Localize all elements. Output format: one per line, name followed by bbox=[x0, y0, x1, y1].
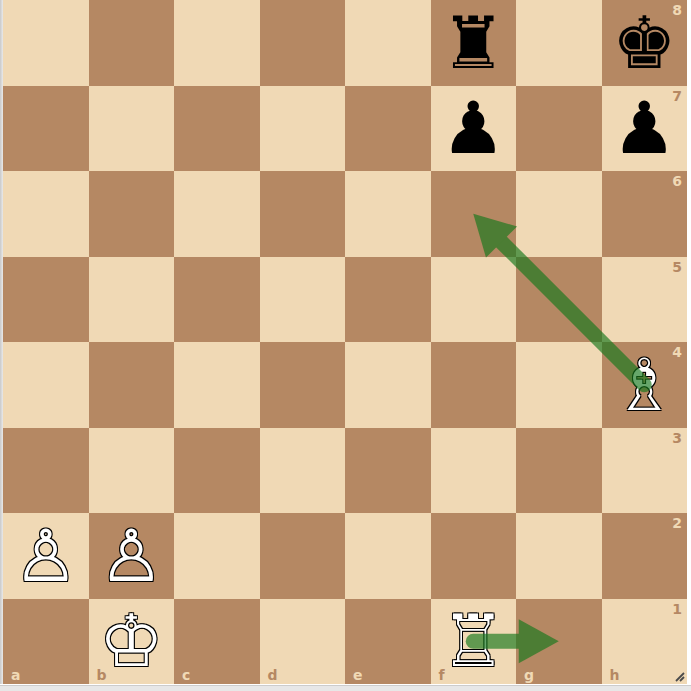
square-a5[interactable] bbox=[3, 257, 89, 343]
square-g7[interactable] bbox=[516, 86, 602, 172]
square-a7[interactable] bbox=[3, 86, 89, 172]
piece-black-king-h8[interactable]: ♚ bbox=[602, 0, 688, 86]
piece-white-king-b1[interactable]: ♔ bbox=[89, 599, 175, 685]
square-e8[interactable] bbox=[345, 0, 431, 86]
square-g5[interactable] bbox=[516, 257, 602, 343]
rank-label-3: 3 bbox=[672, 430, 682, 446]
rank-label-1: 1 bbox=[672, 601, 682, 617]
square-h2[interactable]: 2 bbox=[602, 513, 688, 599]
square-h5[interactable]: 5 bbox=[602, 257, 688, 343]
rank-label-5: 5 bbox=[672, 259, 682, 275]
piece-white-rook-f1[interactable]: ♖ bbox=[431, 599, 517, 685]
square-d1[interactable]: d bbox=[260, 599, 346, 685]
square-h4[interactable]: 4♗ bbox=[602, 342, 688, 428]
square-d2[interactable] bbox=[260, 513, 346, 599]
square-d3[interactable] bbox=[260, 428, 346, 514]
square-a6[interactable] bbox=[3, 171, 89, 257]
square-a3[interactable] bbox=[3, 428, 89, 514]
square-f7[interactable]: ♟ bbox=[431, 86, 517, 172]
square-h6[interactable]: 6 bbox=[602, 171, 688, 257]
square-h3[interactable]: 3 bbox=[602, 428, 688, 514]
square-f2[interactable] bbox=[431, 513, 517, 599]
square-c5[interactable] bbox=[174, 257, 260, 343]
chess-board[interactable]: ♜8♚♟7♟654♗3♙♙2ab♔cdef♖g1h bbox=[3, 0, 687, 684]
board-resize-handle-icon[interactable] bbox=[673, 670, 685, 682]
file-label-g: g bbox=[524, 667, 534, 683]
square-a2[interactable]: ♙ bbox=[3, 513, 89, 599]
square-d4[interactable] bbox=[260, 342, 346, 428]
square-b2[interactable]: ♙ bbox=[89, 513, 175, 599]
square-h7[interactable]: 7♟ bbox=[602, 86, 688, 172]
square-f1[interactable]: f♖ bbox=[431, 599, 517, 685]
square-e7[interactable] bbox=[345, 86, 431, 172]
square-e1[interactable]: e bbox=[345, 599, 431, 685]
square-g4[interactable] bbox=[516, 342, 602, 428]
square-b7[interactable] bbox=[89, 86, 175, 172]
square-d8[interactable] bbox=[260, 0, 346, 86]
piece-white-bishop-h4[interactable]: ♗ bbox=[602, 342, 688, 428]
square-b6[interactable] bbox=[89, 171, 175, 257]
square-c7[interactable] bbox=[174, 86, 260, 172]
rank-label-6: 6 bbox=[672, 173, 682, 189]
square-e6[interactable] bbox=[345, 171, 431, 257]
square-e5[interactable] bbox=[345, 257, 431, 343]
square-c8[interactable] bbox=[174, 0, 260, 86]
piece-black-pawn-h7[interactable]: ♟ bbox=[602, 86, 688, 172]
square-d7[interactable] bbox=[260, 86, 346, 172]
square-h8[interactable]: 8♚ bbox=[602, 0, 688, 86]
page-bottom-edge bbox=[0, 685, 691, 691]
square-g1[interactable]: g bbox=[516, 599, 602, 685]
square-c2[interactable] bbox=[174, 513, 260, 599]
square-a8[interactable] bbox=[3, 0, 89, 86]
piece-black-pawn-f7[interactable]: ♟ bbox=[431, 86, 517, 172]
rank-label-2: 2 bbox=[672, 515, 682, 531]
piece-white-pawn-b2[interactable]: ♙ bbox=[89, 513, 175, 599]
square-e4[interactable] bbox=[345, 342, 431, 428]
square-b3[interactable] bbox=[89, 428, 175, 514]
square-b8[interactable] bbox=[89, 0, 175, 86]
square-f4[interactable] bbox=[431, 342, 517, 428]
square-f8[interactable]: ♜ bbox=[431, 0, 517, 86]
square-a4[interactable] bbox=[3, 342, 89, 428]
square-f5[interactable] bbox=[431, 257, 517, 343]
square-e2[interactable] bbox=[345, 513, 431, 599]
square-e3[interactable] bbox=[345, 428, 431, 514]
square-g3[interactable] bbox=[516, 428, 602, 514]
square-d5[interactable] bbox=[260, 257, 346, 343]
square-b4[interactable] bbox=[89, 342, 175, 428]
square-a1[interactable]: a bbox=[3, 599, 89, 685]
square-f3[interactable] bbox=[431, 428, 517, 514]
file-label-h: h bbox=[610, 667, 620, 683]
page: ♜8♚♟7♟654♗3♙♙2ab♔cdef♖g1h bbox=[0, 0, 691, 691]
file-label-d: d bbox=[268, 667, 278, 683]
square-b5[interactable] bbox=[89, 257, 175, 343]
file-label-a: a bbox=[11, 667, 20, 683]
square-g8[interactable] bbox=[516, 0, 602, 86]
square-d6[interactable] bbox=[260, 171, 346, 257]
square-b1[interactable]: b♔ bbox=[89, 599, 175, 685]
file-label-c: c bbox=[182, 667, 190, 683]
square-g6[interactable] bbox=[516, 171, 602, 257]
piece-white-pawn-a2[interactable]: ♙ bbox=[3, 513, 89, 599]
file-label-e: e bbox=[353, 667, 363, 683]
piece-black-rook-f8[interactable]: ♜ bbox=[431, 0, 517, 86]
square-f6[interactable] bbox=[431, 171, 517, 257]
square-g2[interactable] bbox=[516, 513, 602, 599]
square-c1[interactable]: c bbox=[174, 599, 260, 685]
square-c4[interactable] bbox=[174, 342, 260, 428]
square-c3[interactable] bbox=[174, 428, 260, 514]
square-c6[interactable] bbox=[174, 171, 260, 257]
